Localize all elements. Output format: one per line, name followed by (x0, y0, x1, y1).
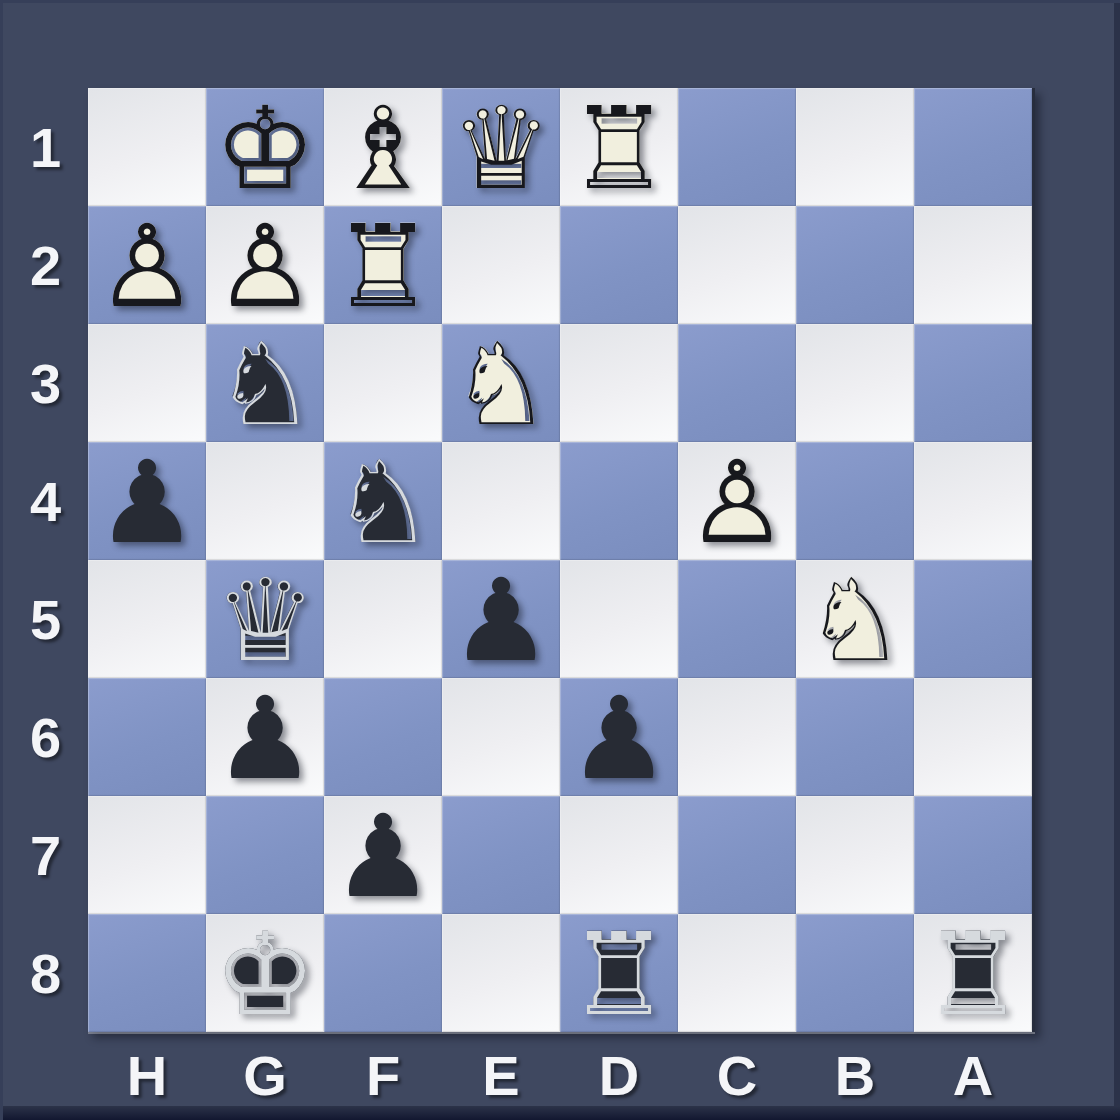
black-king-piece[interactable]: ♚♔ (206, 914, 324, 1032)
file-label-A: A (914, 1035, 1032, 1115)
black-knight-piece[interactable]: ♞♘ (324, 442, 442, 560)
square-e2[interactable] (442, 206, 560, 324)
rank-label-1: 1 (3, 88, 88, 206)
square-c4[interactable]: ♟♙ (678, 442, 796, 560)
square-d7[interactable] (560, 796, 678, 914)
white-pawn-piece[interactable]: ♟♙ (206, 206, 324, 324)
square-g6[interactable]: ♟ (206, 678, 324, 796)
square-b5[interactable]: ♞♘ (796, 560, 914, 678)
rank-label-8: 8 (3, 914, 88, 1032)
square-c5[interactable] (678, 560, 796, 678)
square-h3[interactable] (88, 324, 206, 442)
square-f2[interactable]: ♜♖ (324, 206, 442, 324)
file-label-C: C (678, 1035, 796, 1115)
square-e1[interactable]: ♛♕ (442, 88, 560, 206)
square-f5[interactable] (324, 560, 442, 678)
square-e3[interactable]: ♞♘ (442, 324, 560, 442)
white-rook-outline-icon: ♖ (324, 208, 442, 326)
square-g1[interactable]: ♚♔ (206, 88, 324, 206)
white-knight-outline-icon: ♘ (796, 562, 914, 680)
square-c7[interactable] (678, 796, 796, 914)
white-queen-outline-icon: ♕ (442, 90, 560, 208)
window-right-edge (1114, 3, 1120, 1120)
black-rook-outline-icon: ♖ (914, 916, 1032, 1034)
square-e5[interactable]: ♟ (442, 560, 560, 678)
square-b3[interactable] (796, 324, 914, 442)
square-d6[interactable]: ♟ (560, 678, 678, 796)
chessboard-window: ♚♔♝♗♛♕♜♖♟♙♟♙♜♖♞♘♞♘♟♞♘♟♙♛♕♟♞♘♟♟♟♚♔♜♖♜♖ 12… (0, 0, 1120, 1120)
black-queen-outline-icon: ♕ (206, 562, 324, 680)
black-pawn-piece[interactable]: ♟ (442, 560, 560, 678)
square-a8[interactable]: ♜♖ (914, 914, 1032, 1032)
white-knight-piece[interactable]: ♞♘ (442, 324, 560, 442)
rank-label-6: 6 (3, 678, 88, 796)
rank-label-4: 4 (3, 442, 88, 560)
rank-label-5: 5 (3, 560, 88, 678)
square-f6[interactable] (324, 678, 442, 796)
black-knight-outline-icon: ♘ (324, 444, 442, 562)
white-pawn-outline-icon: ♙ (88, 208, 206, 326)
square-b4[interactable] (796, 442, 914, 560)
black-queen-piece[interactable]: ♛♕ (206, 560, 324, 678)
square-h8[interactable] (88, 914, 206, 1032)
square-a7[interactable] (914, 796, 1032, 914)
square-b8[interactable] (796, 914, 914, 1032)
square-f8[interactable] (324, 914, 442, 1032)
square-h2[interactable]: ♟♙ (88, 206, 206, 324)
square-b6[interactable] (796, 678, 914, 796)
rank-label-2: 2 (3, 206, 88, 324)
black-pawn-icon: ♟ (206, 680, 324, 798)
file-label-E: E (442, 1035, 560, 1115)
black-rook-piece[interactable]: ♜♖ (560, 914, 678, 1032)
square-f3[interactable] (324, 324, 442, 442)
black-pawn-piece[interactable]: ♟ (206, 678, 324, 796)
black-king-outline-icon: ♔ (206, 916, 324, 1034)
square-d8[interactable]: ♜♖ (560, 914, 678, 1032)
square-g3[interactable]: ♞♘ (206, 324, 324, 442)
chess-board: ♚♔♝♗♛♕♜♖♟♙♟♙♜♖♞♘♞♘♟♞♘♟♙♛♕♟♞♘♟♟♟♚♔♜♖♜♖ (88, 88, 1035, 1032)
square-d1[interactable]: ♜♖ (560, 88, 678, 206)
white-knight-outline-icon: ♘ (442, 326, 560, 444)
square-b1[interactable] (796, 88, 914, 206)
square-h4[interactable]: ♟ (88, 442, 206, 560)
square-f7[interactable]: ♟ (324, 796, 442, 914)
square-h7[interactable] (88, 796, 206, 914)
black-rook-outline-icon: ♖ (560, 916, 678, 1034)
white-rook-outline-icon: ♖ (560, 90, 678, 208)
square-e8[interactable] (442, 914, 560, 1032)
white-knight-piece[interactable]: ♞♘ (796, 560, 914, 678)
file-label-D: D (560, 1035, 678, 1115)
white-king-outline-icon: ♔ (206, 90, 324, 208)
black-pawn-icon: ♟ (88, 444, 206, 562)
white-bishop-piece[interactable]: ♝♗ (324, 88, 442, 206)
white-pawn-piece[interactable]: ♟♙ (88, 206, 206, 324)
black-rook-piece[interactable]: ♜♖ (914, 914, 1032, 1032)
white-pawn-outline-icon: ♙ (206, 208, 324, 326)
square-g4[interactable] (206, 442, 324, 560)
square-f4[interactable]: ♞♘ (324, 442, 442, 560)
white-rook-piece[interactable]: ♜♖ (560, 88, 678, 206)
square-g2[interactable]: ♟♙ (206, 206, 324, 324)
square-f1[interactable]: ♝♗ (324, 88, 442, 206)
black-pawn-icon: ♟ (560, 680, 678, 798)
square-g7[interactable] (206, 796, 324, 914)
rank-label-3: 3 (3, 324, 88, 442)
white-rook-piece[interactable]: ♜♖ (324, 206, 442, 324)
square-c1[interactable] (678, 88, 796, 206)
black-pawn-piece[interactable]: ♟ (560, 678, 678, 796)
white-king-piece[interactable]: ♚♔ (206, 88, 324, 206)
square-g5[interactable]: ♛♕ (206, 560, 324, 678)
square-h1[interactable] (88, 88, 206, 206)
square-b2[interactable] (796, 206, 914, 324)
square-c2[interactable] (678, 206, 796, 324)
white-queen-piece[interactable]: ♛♕ (442, 88, 560, 206)
square-a1[interactable] (914, 88, 1032, 206)
file-label-H: H (88, 1035, 206, 1115)
black-pawn-icon: ♟ (442, 562, 560, 680)
square-h5[interactable] (88, 560, 206, 678)
square-a2[interactable] (914, 206, 1032, 324)
square-h6[interactable] (88, 678, 206, 796)
square-b7[interactable] (796, 796, 914, 914)
file-label-G: G (206, 1035, 324, 1115)
square-d3[interactable] (560, 324, 678, 442)
square-a4[interactable] (914, 442, 1032, 560)
black-pawn-piece[interactable]: ♟ (324, 796, 442, 914)
square-c3[interactable] (678, 324, 796, 442)
square-d5[interactable] (560, 560, 678, 678)
square-d2[interactable] (560, 206, 678, 324)
square-e4[interactable] (442, 442, 560, 560)
square-g8[interactable]: ♚♔ (206, 914, 324, 1032)
white-pawn-piece[interactable]: ♟♙ (678, 442, 796, 560)
square-a6[interactable] (914, 678, 1032, 796)
square-a3[interactable] (914, 324, 1032, 442)
black-pawn-icon: ♟ (324, 798, 442, 916)
file-label-B: B (796, 1035, 914, 1115)
white-pawn-outline-icon: ♙ (678, 444, 796, 562)
file-label-F: F (324, 1035, 442, 1115)
black-pawn-piece[interactable]: ♟ (88, 442, 206, 560)
square-e6[interactable] (442, 678, 560, 796)
square-c6[interactable] (678, 678, 796, 796)
square-a5[interactable] (914, 560, 1032, 678)
black-knight-outline-icon: ♘ (206, 326, 324, 444)
black-knight-piece[interactable]: ♞♘ (206, 324, 324, 442)
rank-label-7: 7 (3, 796, 88, 914)
square-d4[interactable] (560, 442, 678, 560)
white-bishop-outline-icon: ♗ (324, 90, 442, 208)
square-c8[interactable] (678, 914, 796, 1032)
square-e7[interactable] (442, 796, 560, 914)
